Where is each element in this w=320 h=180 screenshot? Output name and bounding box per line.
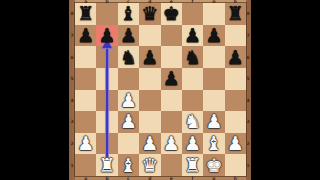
piece-black-bishop-c8[interactable]: ♝: [118, 3, 139, 25]
square-a7[interactable]: ♟: [75, 25, 96, 47]
video-frame: abcdefgh abcdefgh 87654321 87654321 ♜♝♛♚…: [0, 0, 320, 180]
square-h2[interactable]: ♟: [225, 133, 246, 155]
square-d6[interactable]: ♟: [139, 46, 160, 68]
square-g2[interactable]: ♝: [203, 133, 224, 155]
square-d5[interactable]: [139, 68, 160, 90]
piece-white-pawn-d2[interactable]: ♟: [139, 133, 160, 155]
square-d7[interactable]: [139, 25, 160, 47]
square-d4[interactable]: [139, 90, 160, 112]
square-c7[interactable]: ♟: [118, 25, 139, 47]
piece-white-pawn-h2[interactable]: ♟: [225, 133, 246, 155]
square-g3[interactable]: ♟: [203, 111, 224, 133]
square-d3[interactable]: [139, 111, 160, 133]
square-d8[interactable]: ♛: [139, 3, 160, 25]
piece-white-knight-f3[interactable]: ♞: [182, 111, 203, 133]
square-g7[interactable]: ♟: [203, 25, 224, 47]
square-f8[interactable]: [182, 3, 203, 25]
square-b4[interactable]: [96, 90, 117, 112]
piece-black-pawn-e5[interactable]: ♟: [161, 68, 182, 90]
square-b1[interactable]: ♜: [96, 154, 117, 176]
square-a1[interactable]: [75, 154, 96, 176]
square-a5[interactable]: [75, 68, 96, 90]
piece-black-queen-d8[interactable]: ♛: [139, 3, 160, 25]
piece-white-pawn-c4[interactable]: ♟: [118, 90, 139, 112]
piece-black-king-e8[interactable]: ♚: [161, 3, 182, 25]
piece-black-rook-h8[interactable]: ♜: [225, 3, 246, 25]
square-h8[interactable]: ♜: [225, 3, 246, 25]
square-e1[interactable]: [161, 154, 182, 176]
square-c4[interactable]: ♟: [118, 90, 139, 112]
square-g6[interactable]: [203, 46, 224, 68]
square-c5[interactable]: [118, 68, 139, 90]
square-a8[interactable]: ♜: [75, 3, 96, 25]
square-b2[interactable]: [96, 133, 117, 155]
square-f1[interactable]: ♜: [182, 154, 203, 176]
square-a3[interactable]: [75, 111, 96, 133]
file-label-c: c: [118, 176, 139, 180]
piece-white-pawn-f2[interactable]: ♟: [182, 133, 203, 155]
file-label-b: b: [96, 176, 117, 180]
square-b5[interactable]: [96, 68, 117, 90]
square-a2[interactable]: ♟: [75, 133, 96, 155]
piece-black-pawn-g7[interactable]: ♟: [203, 25, 224, 47]
piece-white-pawn-c3[interactable]: ♟: [118, 111, 139, 133]
square-c1[interactable]: ♝: [118, 154, 139, 176]
letterbox-left: [0, 0, 69, 180]
piece-black-knight-c6[interactable]: ♞: [118, 46, 139, 68]
file-labels-bottom: abcdefgh: [75, 176, 246, 180]
square-f2[interactable]: ♟: [182, 133, 203, 155]
square-h7[interactable]: [225, 25, 246, 47]
piece-white-pawn-g3[interactable]: ♟: [203, 111, 224, 133]
square-g1[interactable]: ♚: [203, 154, 224, 176]
square-e6[interactable]: [161, 46, 182, 68]
file-label-e: e: [161, 176, 182, 180]
square-d1[interactable]: ♛: [139, 154, 160, 176]
piece-white-rook-f1[interactable]: ♜: [182, 154, 203, 176]
square-f6[interactable]: ♞: [182, 46, 203, 68]
piece-black-pawn-b7[interactable]: ♟: [96, 25, 117, 47]
file-label-a: a: [75, 176, 96, 180]
square-d2[interactable]: ♟: [139, 133, 160, 155]
square-e7[interactable]: [161, 25, 182, 47]
file-label-d: d: [139, 176, 160, 180]
piece-white-pawn-a2[interactable]: ♟: [75, 133, 96, 155]
square-h6[interactable]: ♟: [225, 46, 246, 68]
square-b3[interactable]: [96, 111, 117, 133]
piece-black-rook-a8[interactable]: ♜: [75, 3, 96, 25]
square-f5[interactable]: [182, 68, 203, 90]
piece-black-pawn-c7[interactable]: ♟: [118, 25, 139, 47]
piece-black-knight-f6[interactable]: ♞: [182, 46, 203, 68]
square-h5[interactable]: [225, 68, 246, 90]
file-label-h: h: [225, 176, 246, 180]
piece-white-rook-b1[interactable]: ♜: [96, 154, 117, 176]
square-e3[interactable]: [161, 111, 182, 133]
piece-black-pawn-f7[interactable]: ♟: [182, 25, 203, 47]
piece-black-pawn-a7[interactable]: ♟: [75, 25, 96, 47]
square-g8[interactable]: [203, 3, 224, 25]
square-e5[interactable]: ♟: [161, 68, 182, 90]
square-e4[interactable]: [161, 90, 182, 112]
square-b7[interactable]: ♟: [96, 25, 117, 47]
piece-white-bishop-c1[interactable]: ♝: [118, 154, 139, 176]
chess-board: abcdefgh abcdefgh 87654321 87654321 ♜♝♛♚…: [69, 0, 251, 180]
square-c6[interactable]: ♞: [118, 46, 139, 68]
square-g4[interactable]: [203, 90, 224, 112]
board-grid: ♜♝♛♚♜♟♟♟♟♟♞♟♞♟♟♟♟♞♟♟♟♟♟♝♟♜♝♛♜♚: [75, 3, 246, 176]
square-g5[interactable]: [203, 68, 224, 90]
square-c3[interactable]: ♟: [118, 111, 139, 133]
square-e8[interactable]: ♚: [161, 3, 182, 25]
piece-white-king-g1[interactable]: ♚: [203, 154, 224, 176]
square-b8[interactable]: [96, 3, 117, 25]
square-h1[interactable]: [225, 154, 246, 176]
square-b6[interactable]: [96, 46, 117, 68]
piece-black-pawn-h6[interactable]: ♟: [225, 46, 246, 68]
square-f4[interactable]: [182, 90, 203, 112]
square-c2[interactable]: [118, 133, 139, 155]
file-label-g: g: [203, 176, 224, 180]
piece-black-pawn-d6[interactable]: ♟: [139, 46, 160, 68]
square-h4[interactable]: [225, 90, 246, 112]
piece-white-pawn-e2[interactable]: ♟: [161, 133, 182, 155]
piece-white-bishop-g2[interactable]: ♝: [203, 133, 224, 155]
square-f7[interactable]: ♟: [182, 25, 203, 47]
square-c8[interactable]: ♝: [118, 3, 139, 25]
square-a4[interactable]: [75, 90, 96, 112]
piece-white-queen-d1[interactable]: ♛: [139, 154, 160, 176]
file-label-f: f: [182, 176, 203, 180]
square-f3[interactable]: ♞: [182, 111, 203, 133]
square-e2[interactable]: ♟: [161, 133, 182, 155]
square-a6[interactable]: [75, 46, 96, 68]
square-h3[interactable]: [225, 111, 246, 133]
letterbox-right: [251, 0, 320, 180]
